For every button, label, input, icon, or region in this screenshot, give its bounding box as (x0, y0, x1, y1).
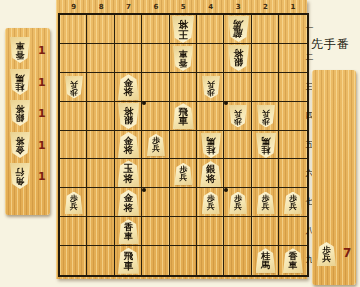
file-label: 9 (60, 2, 87, 12)
board-cell[interactable] (60, 15, 87, 44)
koma-char: 兵 (234, 203, 242, 211)
koma-char: 兵 (70, 79, 78, 87)
koma-gote[interactable]: 銀将 (10, 100, 30, 126)
file-label: 1 (279, 2, 306, 12)
board-cell[interactable] (60, 131, 87, 160)
koma-char: 歩 (262, 116, 270, 124)
koma-char: 車 (288, 261, 297, 270)
sente-hand-tray: 歩兵7 (312, 70, 356, 285)
koma-char: 馬 (233, 20, 243, 30)
board-cell[interactable] (60, 44, 87, 73)
koma-gote[interactable]: 香車 (10, 37, 30, 63)
board-cell[interactable] (142, 246, 169, 275)
koma-char: 車 (179, 116, 189, 126)
board-cell[interactable] (279, 102, 306, 131)
star-point-icon (142, 188, 146, 192)
board-cell[interactable] (115, 44, 142, 73)
board-cell[interactable] (142, 44, 169, 73)
board-cell[interactable] (170, 131, 197, 160)
board-cell[interactable] (170, 217, 197, 246)
board-cell[interactable] (170, 246, 197, 275)
koma-gote[interactable]: 金将 (10, 132, 30, 158)
board-cell[interactable] (60, 246, 87, 275)
board-cell[interactable] (252, 217, 279, 246)
board-cell[interactable] (87, 131, 114, 160)
board-cell[interactable] (224, 73, 251, 102)
file-label: 6 (142, 2, 169, 12)
hand-count: 7 (343, 246, 351, 260)
koma-char: 将 (233, 49, 243, 59)
koma-char: 金 (16, 145, 25, 154)
hand-count: 1 (38, 107, 46, 120)
koma-char: 銀 (16, 113, 25, 122)
turn-indicator: 先手番 (311, 36, 360, 53)
koma-char: 馬 (261, 261, 270, 270)
koma-char: 兵 (322, 254, 331, 263)
koma-char: 桂 (261, 145, 270, 154)
board-cell[interactable] (142, 102, 169, 131)
board-cell[interactable] (142, 159, 169, 188)
koma-char: 兵 (179, 174, 187, 182)
board-cell[interactable] (197, 102, 224, 131)
koma-char: 兵 (262, 203, 270, 211)
file-label: 2 (252, 2, 279, 12)
board-cell[interactable] (87, 73, 114, 102)
koma-char: 歩 (207, 87, 215, 95)
koma-char: 桂 (206, 145, 215, 154)
koma-char: 車 (124, 232, 133, 241)
shogi-diagram: 987654321 王将龍馬香車銀将歩兵金将歩兵銀将飛車歩兵歩兵金将歩兵桂馬桂馬… (0, 0, 360, 287)
koma-char: 将 (16, 136, 25, 145)
koma-char: 将 (178, 19, 188, 29)
star-point-icon (224, 188, 228, 192)
koma-char: 車 (16, 41, 25, 50)
hand-count: 1 (38, 44, 46, 57)
koma-char: 龍 (233, 29, 243, 39)
shogi-board[interactable]: 王将龍馬香車銀将歩兵金将歩兵銀将飛車歩兵歩兵金将歩兵桂馬桂馬玉将歩兵銀将歩兵金将… (58, 13, 309, 277)
koma-char: 兵 (152, 145, 160, 153)
hand-count: 1 (38, 76, 46, 89)
koma-char: 香 (16, 50, 25, 59)
board-cell[interactable] (170, 188, 197, 217)
koma-char: 兵 (207, 203, 215, 211)
star-point-icon (142, 101, 146, 105)
koma-char: 王 (178, 29, 188, 39)
koma-char: 将 (124, 145, 134, 155)
koma-char: 兵 (289, 203, 297, 211)
koma-char: 兵 (70, 203, 78, 211)
hand-count: 1 (38, 139, 46, 152)
board-cell[interactable] (87, 159, 114, 188)
board-cell[interactable] (87, 246, 114, 275)
board-cell[interactable] (87, 217, 114, 246)
koma-char: 銀 (233, 58, 243, 68)
koma-char: 兵 (262, 108, 270, 116)
koma-char: 行 (16, 167, 25, 176)
board-cell[interactable] (197, 246, 224, 275)
board-cell[interactable] (142, 15, 169, 44)
koma-char: 兵 (207, 79, 215, 87)
koma-char: 銀 (124, 116, 134, 126)
board-cell[interactable] (87, 44, 114, 73)
koma-char: 車 (124, 261, 134, 271)
board-cell[interactable] (224, 131, 251, 160)
board-cell[interactable] (60, 102, 87, 131)
koma-char: 車 (179, 49, 188, 58)
koma-gote[interactable]: 角行 (10, 163, 30, 189)
hand-count: 1 (38, 170, 46, 183)
file-label: 7 (115, 2, 142, 12)
koma-char: 香 (179, 58, 188, 67)
koma-char: 将 (124, 87, 134, 97)
koma-sente[interactable]: 歩兵 (317, 242, 336, 266)
board-cell[interactable] (170, 73, 197, 102)
koma-char: 将 (124, 107, 134, 117)
koma-char: 馬 (261, 136, 270, 145)
board-cell[interactable] (87, 102, 114, 131)
board-cell[interactable] (142, 217, 169, 246)
board-cell[interactable] (279, 131, 306, 160)
board-cell[interactable] (252, 159, 279, 188)
file-label: 5 (170, 2, 197, 12)
board-cell[interactable] (224, 246, 251, 275)
board-cell[interactable] (252, 44, 279, 73)
board-cell[interactable] (279, 15, 306, 44)
file-label: 8 (87, 2, 114, 12)
koma-char: 馬 (206, 136, 215, 145)
gote-hand-tray: 香車1桂馬1銀将1金将1角行1 (5, 28, 50, 215)
board-cell[interactable] (142, 73, 169, 102)
koma-char: 馬 (16, 73, 25, 82)
file-label: 3 (224, 2, 251, 12)
koma-char: 歩 (70, 87, 78, 95)
board-cell[interactable] (197, 15, 224, 44)
board-cell[interactable] (87, 15, 114, 44)
board-cell[interactable] (252, 15, 279, 44)
board-cell[interactable] (279, 44, 306, 73)
board-cell[interactable] (279, 159, 306, 188)
board-cell[interactable] (252, 73, 279, 102)
koma-char: 将 (124, 203, 134, 213)
board-cell[interactable] (87, 188, 114, 217)
koma-char: 将 (124, 174, 134, 184)
board-cell[interactable] (279, 217, 306, 246)
board-cell[interactable] (142, 188, 169, 217)
koma-char: 将 (16, 104, 25, 113)
koma-char: 歩 (234, 116, 242, 124)
board-cell[interactable] (60, 159, 87, 188)
board-cell[interactable] (224, 217, 251, 246)
board-cell[interactable] (60, 217, 87, 246)
koma-char: 角 (16, 176, 25, 185)
koma-char: 将 (206, 174, 216, 184)
board-cell[interactable] (115, 15, 142, 44)
file-label: 4 (197, 2, 224, 12)
board-cell[interactable] (224, 159, 251, 188)
board-cell[interactable] (279, 73, 306, 102)
board-cell[interactable] (197, 44, 224, 73)
koma-char: 兵 (234, 108, 242, 116)
koma-gote[interactable]: 桂馬 (10, 69, 30, 95)
board-cell[interactable] (197, 217, 224, 246)
